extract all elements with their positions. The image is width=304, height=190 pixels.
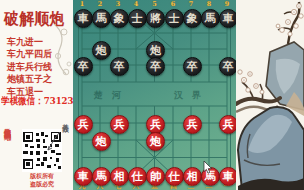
piece-black[interactable]: 卒 bbox=[183, 57, 202, 76]
move-line: 车九进一 bbox=[7, 36, 70, 48]
ink-painting bbox=[236, 0, 304, 190]
piece-red[interactable]: 兵 bbox=[110, 115, 129, 134]
piece-red[interactable]: 兵 bbox=[183, 115, 202, 134]
piece-black[interactable]: 車 bbox=[74, 9, 93, 28]
piece-black[interactable]: 馬 bbox=[92, 9, 111, 28]
plum-and-rock-painting bbox=[236, 0, 304, 190]
column-label: 5 bbox=[148, 0, 162, 8]
column-label: 6 bbox=[166, 0, 180, 8]
piece-black[interactable]: 士 bbox=[165, 9, 184, 28]
page-title: 破解顺炮 bbox=[4, 9, 65, 30]
column-label: 4 bbox=[129, 0, 143, 8]
move-line: 进车兵行线 bbox=[7, 61, 70, 73]
video-thumbnail: 破解顺炮 车九进一车九平四后进车兵行线炮镇五子之车五退一 学棋微信：731233… bbox=[0, 0, 304, 190]
piece-black[interactable]: 馬 bbox=[201, 9, 220, 28]
left-panel: 破解顺炮 车九进一车九平四后进车兵行线炮镇五子之车五退一 学棋微信：731233… bbox=[0, 0, 73, 190]
piece-red[interactable]: 車 bbox=[74, 167, 93, 186]
piece-red[interactable]: 兵 bbox=[74, 115, 93, 134]
column-label: 3 bbox=[111, 0, 125, 8]
piece-black[interactable]: 卒 bbox=[110, 57, 129, 76]
copyright-note: 版权所有 盗版必究 bbox=[22, 172, 62, 187]
scan-qr-note: 微信扫描二维码 bbox=[2, 122, 12, 188]
piece-black[interactable]: 卒 bbox=[74, 57, 93, 76]
piece-black[interactable]: 卒 bbox=[146, 57, 165, 76]
piece-red[interactable]: 相 bbox=[110, 167, 129, 186]
piece-black[interactable]: 象 bbox=[110, 9, 129, 28]
move-list: 车九进一车九平四后进车兵行线炮镇五子之车五退一 bbox=[7, 36, 73, 98]
move-line: 车九平四后 bbox=[7, 48, 70, 60]
piece-red[interactable]: 仕 bbox=[165, 167, 184, 186]
copyright-line-1: 版权所有 bbox=[22, 172, 62, 180]
piece-red[interactable]: 馬 bbox=[92, 167, 111, 186]
column-label: 9 bbox=[220, 0, 234, 8]
piece-red[interactable]: 車 bbox=[219, 167, 238, 186]
mouse-cursor bbox=[203, 161, 213, 174]
wechat-contact: 学棋微信：731233717 bbox=[1, 95, 66, 108]
column-label: 1 bbox=[75, 0, 89, 8]
piece-black[interactable]: 車 bbox=[219, 9, 238, 28]
piece-black[interactable]: 卒 bbox=[219, 57, 238, 76]
column-label: 8 bbox=[202, 0, 216, 8]
piece-black[interactable]: 象 bbox=[183, 9, 202, 28]
river-text-right: 汉界 bbox=[174, 89, 210, 102]
arrow-doodle bbox=[44, 128, 62, 158]
piece-red[interactable]: 仕 bbox=[128, 167, 147, 186]
copyright-line-2: 盗版必究 bbox=[22, 180, 62, 188]
piece-black[interactable]: 將 bbox=[146, 9, 165, 28]
piece-red[interactable]: 兵 bbox=[146, 115, 165, 134]
move-line: 炮镇五子之 bbox=[7, 73, 70, 85]
piece-red[interactable]: 炮 bbox=[92, 132, 111, 151]
piece-black[interactable]: 炮 bbox=[92, 41, 111, 60]
piece-red[interactable]: 兵 bbox=[219, 115, 238, 134]
piece-red[interactable]: 炮 bbox=[146, 132, 165, 151]
piece-black[interactable]: 士 bbox=[128, 9, 147, 28]
river-text-left: 楚河 bbox=[94, 89, 130, 102]
piece-red[interactable]: 帥 bbox=[146, 167, 165, 186]
piece-red[interactable]: 相 bbox=[183, 167, 202, 186]
column-label: 2 bbox=[93, 0, 107, 8]
column-label: 7 bbox=[184, 0, 198, 8]
